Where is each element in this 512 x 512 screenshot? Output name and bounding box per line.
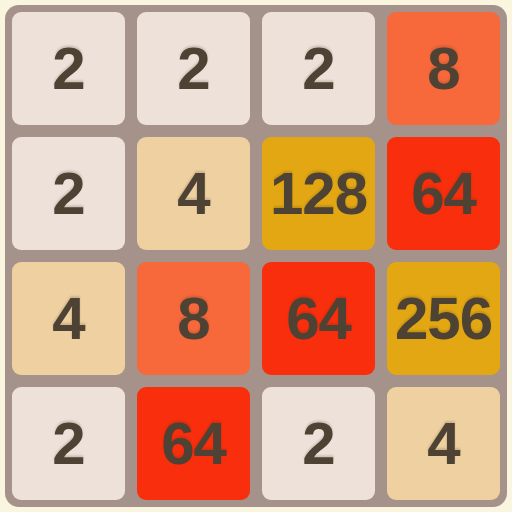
- tile-r4c4: 4: [387, 387, 500, 500]
- tile-r1c1: 2: [12, 12, 125, 125]
- tile-r3c1: 4: [12, 262, 125, 375]
- tile-r1c2: 2: [137, 12, 250, 125]
- tile-r1c3: 2: [262, 12, 375, 125]
- tile-r2c3: 128: [262, 137, 375, 250]
- tile-r2c4: 64: [387, 137, 500, 250]
- tile-r4c1: 2: [12, 387, 125, 500]
- tile-r3c4: 256: [387, 262, 500, 375]
- tile-r2c1: 2: [12, 137, 125, 250]
- tile-r4c3: 2: [262, 387, 375, 500]
- tile-r4c2: 64: [137, 387, 250, 500]
- tile-r1c4: 8: [387, 12, 500, 125]
- tile-r3c2: 8: [137, 262, 250, 375]
- tile-r3c3: 64: [262, 262, 375, 375]
- tile-r2c2: 4: [137, 137, 250, 250]
- page-background: 2 2 2 8 2 4 128 64 4 8 64 256 2 64 2 4: [0, 0, 512, 512]
- game-board-2048[interactable]: 2 2 2 8 2 4 128 64 4 8 64 256 2 64 2 4: [5, 5, 507, 507]
